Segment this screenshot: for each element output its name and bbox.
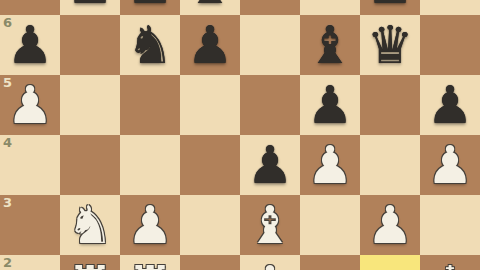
square-f6[interactable]: ♝ [300,15,360,75]
square-d5[interactable] [180,75,240,135]
chess-board: ♟♟♝♟6♟♞♟♝♛5♟♟♟4♟♟♟3♞♟♝♟2♜♜♝♚ [0,0,480,270]
piece-black-pawn-a6[interactable]: ♟ [0,15,60,75]
square-e7[interactable] [240,0,300,15]
square-h2[interactable]: ♚ [420,255,480,270]
piece-white-king-h2[interactable]: ♚ [420,255,480,270]
square-e2[interactable]: ♝ [240,255,300,270]
square-d4[interactable] [180,135,240,195]
square-g7[interactable]: ♟ [360,0,420,15]
piece-black-bishop-f6[interactable]: ♝ [300,15,360,75]
square-f7[interactable] [300,0,360,15]
piece-white-pawn-f4[interactable]: ♟ [300,135,360,195]
piece-white-pawn-g3[interactable]: ♟ [360,195,420,255]
square-b5[interactable] [60,75,120,135]
square-b2[interactable]: ♜ [60,255,120,270]
piece-black-queen-g6[interactable]: ♛ [360,15,420,75]
square-h3[interactable] [420,195,480,255]
piece-white-bishop-e3[interactable]: ♝ [240,195,300,255]
rank-label-2: 2 [3,256,12,270]
square-h6[interactable] [420,15,480,75]
square-h7[interactable] [420,0,480,15]
square-a5[interactable]: 5♟ [0,75,60,135]
square-g3[interactable]: ♟ [360,195,420,255]
square-c5[interactable] [120,75,180,135]
square-a4[interactable]: 4 [0,135,60,195]
piece-white-rook-c2[interactable]: ♜ [120,255,180,270]
board-viewport: ♟♟♝♟6♟♞♟♝♛5♟♟♟4♟♟♟3♞♟♝♟2♜♜♝♚ [0,0,480,270]
square-e3[interactable]: ♝ [240,195,300,255]
square-f5[interactable]: ♟ [300,75,360,135]
square-g6[interactable]: ♛ [360,15,420,75]
square-f2[interactable] [300,255,360,270]
piece-white-knight-b3[interactable]: ♞ [60,195,120,255]
piece-black-pawn-b7[interactable]: ♟ [60,0,120,15]
rank-label-3: 3 [3,196,12,210]
square-g2[interactable] [360,255,420,270]
square-a7[interactable] [0,0,60,15]
square-f4[interactable]: ♟ [300,135,360,195]
square-e5[interactable] [240,75,300,135]
square-g5[interactable] [360,75,420,135]
piece-black-pawn-e4[interactable]: ♟ [240,135,300,195]
square-b3[interactable]: ♞ [60,195,120,255]
piece-black-pawn-d6[interactable]: ♟ [180,15,240,75]
square-c4[interactable] [120,135,180,195]
square-d7[interactable]: ♝ [180,0,240,15]
square-d2[interactable] [180,255,240,270]
square-c3[interactable]: ♟ [120,195,180,255]
piece-black-pawn-f5[interactable]: ♟ [300,75,360,135]
square-c7[interactable]: ♟ [120,0,180,15]
piece-white-pawn-c3[interactable]: ♟ [120,195,180,255]
square-f3[interactable] [300,195,360,255]
piece-black-bishop-d7[interactable]: ♝ [180,0,240,15]
square-a3[interactable]: 3 [0,195,60,255]
square-g4[interactable] [360,135,420,195]
square-e6[interactable] [240,15,300,75]
square-a2[interactable]: 2 [0,255,60,270]
piece-white-pawn-h4[interactable]: ♟ [420,135,480,195]
square-h4[interactable]: ♟ [420,135,480,195]
rank-label-4: 4 [3,136,12,150]
square-e4[interactable]: ♟ [240,135,300,195]
piece-black-pawn-h5[interactable]: ♟ [420,75,480,135]
square-b4[interactable] [60,135,120,195]
square-b6[interactable] [60,15,120,75]
square-h5[interactable]: ♟ [420,75,480,135]
piece-black-knight-c6[interactable]: ♞ [120,15,180,75]
piece-white-pawn-a5[interactable]: ♟ [0,75,60,135]
square-a6[interactable]: 6♟ [0,15,60,75]
piece-black-pawn-c7[interactable]: ♟ [120,0,180,15]
square-d6[interactable]: ♟ [180,15,240,75]
square-d3[interactable] [180,195,240,255]
square-c6[interactable]: ♞ [120,15,180,75]
piece-black-pawn-g7[interactable]: ♟ [360,0,420,15]
piece-white-rook-b2[interactable]: ♜ [60,255,120,270]
square-c2[interactable]: ♜ [120,255,180,270]
square-b7[interactable]: ♟ [60,0,120,15]
piece-white-bishop-e2[interactable]: ♝ [240,255,300,270]
